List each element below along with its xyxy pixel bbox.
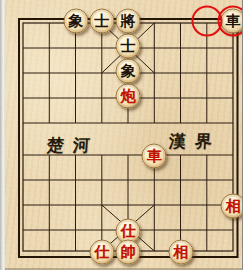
xiangqi-board[interactable]: 楚河 漢界 象士將車士象炮車相仕仕帥相: [0, 0, 242, 270]
piece-glyph: 車: [147, 149, 162, 164]
piece-red-cannon[interactable]: 炮: [116, 84, 141, 109]
piece-glyph: 帥: [121, 245, 136, 260]
piece-black-advisor[interactable]: 士: [89, 9, 114, 34]
piece-glyph: 車: [226, 14, 241, 29]
window-edge: [0, 0, 5, 270]
piece-red-elephant[interactable]: 相: [221, 194, 243, 219]
piece-red-general[interactable]: 帥: [116, 240, 141, 265]
piece-glyph: 士: [94, 14, 109, 29]
game-screen: 楚河 漢界 象士將車士象炮車相仕仕帥相: [0, 0, 242, 270]
river-label-chu-he: 楚河: [46, 134, 100, 157]
piece-red-advisor[interactable]: 仕: [89, 240, 114, 265]
piece-black-chariot[interactable]: 車: [221, 9, 243, 34]
piece-red-elephant[interactable]: 相: [168, 240, 193, 265]
piece-black-advisor[interactable]: 士: [116, 34, 141, 59]
piece-glyph: 相: [226, 199, 241, 214]
piece-black-general[interactable]: 將: [116, 9, 141, 34]
piece-glyph: 相: [173, 245, 188, 260]
piece-glyph: 象: [68, 14, 83, 29]
piece-glyph: 象: [121, 64, 136, 79]
river-label-han-jie: 漢界: [168, 130, 222, 153]
piece-glyph: 炮: [121, 89, 136, 104]
piece-glyph: 士: [121, 39, 136, 54]
piece-glyph: 仕: [121, 224, 136, 239]
piece-black-elephant[interactable]: 象: [63, 9, 88, 34]
piece-glyph: 將: [121, 14, 136, 29]
piece-black-elephant[interactable]: 象: [116, 59, 141, 84]
piece-red-chariot[interactable]: 車: [142, 144, 167, 169]
piece-glyph: 仕: [94, 245, 109, 260]
